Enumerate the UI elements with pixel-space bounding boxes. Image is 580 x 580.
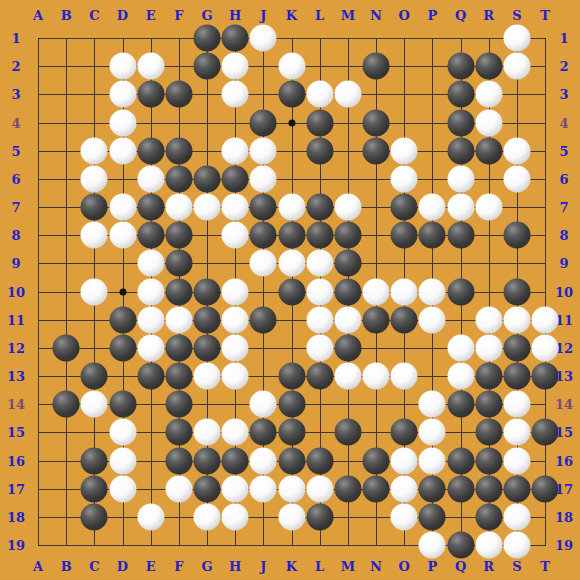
stone-white[interactable] — [81, 222, 108, 249]
stone-white[interactable] — [81, 391, 108, 418]
stone-white[interactable] — [503, 25, 530, 52]
stone-white[interactable] — [419, 447, 446, 474]
row-label-right: 3 — [559, 87, 568, 102]
stone-white[interactable] — [475, 194, 502, 221]
stone-black[interactable] — [447, 532, 474, 559]
stone-black[interactable] — [165, 334, 192, 361]
stone-black[interactable] — [503, 363, 530, 390]
stone-black[interactable] — [250, 306, 277, 333]
stone-black[interactable] — [363, 53, 390, 80]
stone-white[interactable] — [447, 165, 474, 192]
row-label-right: 9 — [559, 256, 568, 271]
stone-black[interactable] — [81, 363, 108, 390]
stone-black[interactable] — [137, 81, 164, 108]
stone-white[interactable] — [250, 25, 277, 52]
column-label-top: K — [286, 8, 297, 23]
stone-black[interactable] — [306, 447, 333, 474]
stone-white[interactable] — [391, 447, 418, 474]
stone-black[interactable] — [278, 81, 305, 108]
stone-white[interactable] — [306, 334, 333, 361]
column-label-bottom: H — [229, 559, 241, 574]
stone-black[interactable] — [306, 503, 333, 530]
stone-black[interactable] — [532, 475, 559, 502]
row-label-left: 6 — [11, 171, 20, 186]
stone-black[interactable] — [475, 391, 502, 418]
stone-black[interactable] — [447, 137, 474, 164]
column-label-bottom: Q — [455, 559, 466, 574]
stone-white[interactable] — [222, 137, 249, 164]
stone-white[interactable] — [222, 475, 249, 502]
column-label-bottom: F — [174, 559, 183, 574]
stone-white[interactable] — [278, 53, 305, 80]
row-label-right: 14 — [555, 397, 573, 412]
stone-black[interactable] — [306, 194, 333, 221]
row-label-left: 11 — [7, 312, 25, 327]
stone-black[interactable] — [475, 419, 502, 446]
row-label-left: 17 — [7, 481, 25, 496]
stone-black[interactable] — [250, 419, 277, 446]
row-label-right: 19 — [555, 538, 573, 553]
stone-white[interactable] — [109, 194, 136, 221]
stone-black[interactable] — [447, 475, 474, 502]
column-label-top: T — [540, 8, 550, 23]
column-label-bottom: B — [61, 559, 72, 574]
stone-black[interactable] — [165, 165, 192, 192]
stone-black[interactable] — [363, 306, 390, 333]
row-label-left: 14 — [7, 397, 25, 412]
stone-white[interactable] — [222, 334, 249, 361]
column-label-bottom: G — [201, 559, 212, 574]
stone-black[interactable] — [250, 109, 277, 136]
row-label-right: 1 — [559, 31, 568, 46]
stone-black[interactable] — [81, 194, 108, 221]
stone-white[interactable] — [503, 137, 530, 164]
stone-black[interactable] — [194, 334, 221, 361]
stone-black[interactable] — [447, 447, 474, 474]
stone-white[interactable] — [419, 306, 446, 333]
stone-white[interactable] — [137, 306, 164, 333]
column-label-top: M — [341, 8, 355, 23]
stone-white[interactable] — [250, 391, 277, 418]
column-label-bottom: O — [399, 559, 410, 574]
stone-white[interactable] — [391, 278, 418, 305]
stone-white[interactable] — [503, 503, 530, 530]
stone-white[interactable] — [165, 475, 192, 502]
row-label-right: 18 — [555, 509, 573, 524]
stone-black[interactable] — [391, 194, 418, 221]
stone-white[interactable] — [222, 222, 249, 249]
stone-black[interactable] — [447, 222, 474, 249]
grid-line-vertical — [545, 38, 546, 546]
stone-black[interactable] — [137, 222, 164, 249]
stone-black[interactable] — [419, 475, 446, 502]
stone-white[interactable] — [250, 165, 277, 192]
stone-white[interactable] — [419, 419, 446, 446]
stone-black[interactable] — [278, 278, 305, 305]
stone-black[interactable] — [419, 222, 446, 249]
stone-white[interactable] — [475, 306, 502, 333]
stone-black[interactable] — [503, 278, 530, 305]
column-label-top: B — [61, 8, 72, 23]
row-label-right: 16 — [555, 453, 573, 468]
row-label-left: 5 — [11, 143, 20, 158]
stone-white[interactable] — [109, 137, 136, 164]
stone-white[interactable] — [137, 503, 164, 530]
stone-white[interactable] — [222, 278, 249, 305]
column-label-top: H — [229, 8, 241, 23]
stone-white[interactable] — [278, 250, 305, 277]
stone-white[interactable] — [137, 334, 164, 361]
stone-black[interactable] — [447, 53, 474, 80]
stone-black[interactable] — [419, 503, 446, 530]
stone-white[interactable] — [109, 109, 136, 136]
column-label-bottom: T — [540, 559, 550, 574]
stone-white[interactable] — [222, 419, 249, 446]
stone-black[interactable] — [306, 109, 333, 136]
stone-black[interactable] — [137, 363, 164, 390]
stone-black[interactable] — [503, 334, 530, 361]
row-label-left: 3 — [11, 87, 20, 102]
stone-white[interactable] — [109, 53, 136, 80]
row-label-left: 19 — [7, 538, 25, 553]
stone-black[interactable] — [503, 222, 530, 249]
stone-black[interactable] — [194, 475, 221, 502]
column-label-top: P — [427, 8, 437, 23]
column-label-top: D — [117, 8, 128, 23]
stone-white[interactable] — [109, 475, 136, 502]
stone-black[interactable] — [250, 222, 277, 249]
column-label-top: Q — [455, 8, 466, 23]
stone-black[interactable] — [447, 109, 474, 136]
stone-white[interactable] — [109, 447, 136, 474]
column-label-top: J — [260, 8, 266, 23]
row-label-left: 2 — [11, 59, 20, 74]
column-label-bottom: D — [117, 559, 128, 574]
column-label-top: F — [174, 8, 183, 23]
stone-white[interactable] — [334, 81, 361, 108]
stone-white[interactable] — [391, 363, 418, 390]
stone-white[interactable] — [222, 306, 249, 333]
column-label-top: O — [399, 8, 410, 23]
stone-white[interactable] — [137, 53, 164, 80]
stone-black[interactable] — [532, 419, 559, 446]
row-label-left: 15 — [7, 425, 25, 440]
stone-white[interactable] — [306, 81, 333, 108]
stone-white[interactable] — [250, 475, 277, 502]
stone-black[interactable] — [475, 363, 502, 390]
stone-black[interactable] — [165, 447, 192, 474]
stone-white[interactable] — [306, 475, 333, 502]
stone-black[interactable] — [334, 222, 361, 249]
column-label-top: N — [370, 8, 382, 23]
stone-white[interactable] — [391, 475, 418, 502]
stone-black[interactable] — [278, 391, 305, 418]
stone-white[interactable] — [250, 447, 277, 474]
row-label-right: 10 — [555, 284, 573, 299]
stone-white[interactable] — [419, 391, 446, 418]
stone-white[interactable] — [363, 363, 390, 390]
stone-white[interactable] — [475, 334, 502, 361]
stone-white[interactable] — [447, 194, 474, 221]
stone-white[interactable] — [222, 363, 249, 390]
stone-white[interactable] — [447, 363, 474, 390]
column-label-bottom: J — [260, 559, 266, 574]
row-label-right: 5 — [559, 143, 568, 158]
column-label-bottom: A — [33, 559, 43, 574]
stone-white[interactable] — [419, 194, 446, 221]
stone-white[interactable] — [532, 334, 559, 361]
stone-white[interactable] — [419, 278, 446, 305]
stone-black[interactable] — [334, 334, 361, 361]
stone-white[interactable] — [194, 503, 221, 530]
stone-white[interactable] — [81, 165, 108, 192]
stone-white[interactable] — [503, 419, 530, 446]
stone-white[interactable] — [194, 419, 221, 446]
stone-white[interactable] — [81, 137, 108, 164]
stone-white[interactable] — [222, 503, 249, 530]
stone-white[interactable] — [222, 81, 249, 108]
column-label-top: L — [315, 8, 324, 23]
star-point — [288, 119, 295, 126]
stone-black[interactable] — [81, 503, 108, 530]
stone-white[interactable] — [194, 363, 221, 390]
stone-white[interactable] — [503, 53, 530, 80]
stone-black[interactable] — [165, 391, 192, 418]
stone-white[interactable] — [165, 194, 192, 221]
stone-black[interactable] — [53, 391, 80, 418]
row-label-right: 7 — [559, 200, 568, 215]
stone-black[interactable] — [306, 222, 333, 249]
stone-white[interactable] — [109, 81, 136, 108]
stone-white[interactable] — [109, 222, 136, 249]
stone-white[interactable] — [278, 503, 305, 530]
stone-white[interactable] — [334, 306, 361, 333]
stone-black[interactable] — [363, 447, 390, 474]
stone-white[interactable] — [363, 278, 390, 305]
stone-black[interactable] — [250, 194, 277, 221]
stone-black[interactable] — [165, 419, 192, 446]
stone-black[interactable] — [278, 447, 305, 474]
row-label-right: 6 — [559, 171, 568, 186]
stone-black[interactable] — [475, 137, 502, 164]
stone-white[interactable] — [165, 306, 192, 333]
row-label-left: 8 — [11, 228, 20, 243]
stone-black[interactable] — [391, 222, 418, 249]
stone-black[interactable] — [363, 109, 390, 136]
stone-black[interactable] — [165, 250, 192, 277]
stone-black[interactable] — [475, 447, 502, 474]
column-label-bottom: S — [512, 559, 521, 574]
stone-white[interactable] — [250, 250, 277, 277]
stone-white[interactable] — [278, 475, 305, 502]
stone-black[interactable] — [194, 278, 221, 305]
column-label-top: S — [512, 8, 521, 23]
stone-white[interactable] — [532, 306, 559, 333]
stone-black[interactable] — [81, 475, 108, 502]
column-label-top: E — [146, 8, 156, 23]
row-label-left: 4 — [11, 115, 20, 130]
stone-black[interactable] — [334, 250, 361, 277]
stone-black[interactable] — [137, 194, 164, 221]
stone-white[interactable] — [503, 306, 530, 333]
stone-white[interactable] — [306, 250, 333, 277]
stone-black[interactable] — [194, 25, 221, 52]
column-label-bottom: N — [370, 559, 382, 574]
stone-black[interactable] — [306, 363, 333, 390]
stone-white[interactable] — [306, 306, 333, 333]
stone-black[interactable] — [165, 222, 192, 249]
stone-black[interactable] — [53, 334, 80, 361]
stone-black[interactable] — [475, 475, 502, 502]
stone-black[interactable] — [306, 137, 333, 164]
column-label-bottom: P — [427, 559, 437, 574]
stone-black[interactable] — [81, 447, 108, 474]
stone-white[interactable] — [222, 194, 249, 221]
row-label-right: 4 — [559, 115, 568, 130]
stone-white[interactable] — [306, 278, 333, 305]
stone-black[interactable] — [447, 278, 474, 305]
row-label-left: 13 — [7, 369, 25, 384]
stone-black[interactable] — [222, 25, 249, 52]
stone-black[interactable] — [165, 137, 192, 164]
column-label-bottom: C — [89, 559, 99, 574]
stone-white[interactable] — [391, 165, 418, 192]
stone-black[interactable] — [165, 278, 192, 305]
stone-white[interactable] — [475, 109, 502, 136]
column-label-top: C — [89, 8, 99, 23]
stone-white[interactable] — [222, 53, 249, 80]
stone-white[interactable] — [503, 532, 530, 559]
stone-black[interactable] — [532, 363, 559, 390]
stone-black[interactable] — [165, 363, 192, 390]
row-label-left: 12 — [7, 340, 25, 355]
row-label-right: 2 — [559, 59, 568, 74]
column-label-top: A — [33, 8, 43, 23]
row-label-right: 8 — [559, 228, 568, 243]
stone-white[interactable] — [503, 165, 530, 192]
column-label-bottom: K — [286, 559, 297, 574]
stone-black[interactable] — [447, 391, 474, 418]
stone-white[interactable] — [503, 447, 530, 474]
stone-black[interactable] — [391, 419, 418, 446]
stone-white[interactable] — [391, 503, 418, 530]
stone-black[interactable] — [222, 447, 249, 474]
stone-black[interactable] — [109, 306, 136, 333]
stone-black[interactable] — [391, 306, 418, 333]
row-label-left: 9 — [11, 256, 20, 271]
stone-white[interactable] — [137, 278, 164, 305]
stone-white[interactable] — [81, 278, 108, 305]
stone-white[interactable] — [419, 532, 446, 559]
stone-white[interactable] — [278, 194, 305, 221]
column-label-bottom: E — [146, 559, 156, 574]
stone-white[interactable] — [334, 194, 361, 221]
stone-white[interactable] — [334, 363, 361, 390]
stone-black[interactable] — [194, 306, 221, 333]
stone-black[interactable] — [194, 53, 221, 80]
stone-white[interactable] — [194, 194, 221, 221]
stone-white[interactable] — [109, 419, 136, 446]
row-label-left: 16 — [7, 453, 25, 468]
column-label-top: G — [201, 8, 212, 23]
stone-black[interactable] — [194, 447, 221, 474]
stone-white[interactable] — [391, 137, 418, 164]
stone-black[interactable] — [278, 419, 305, 446]
stone-black[interactable] — [194, 165, 221, 192]
star-point — [119, 288, 126, 295]
row-label-left: 1 — [11, 31, 20, 46]
go-board[interactable]: AABBCCDDEEFFGGHHJJKKLLMMNNOOPPQQRRSSTT11… — [0, 0, 580, 580]
column-label-top: R — [483, 8, 494, 23]
stone-white[interactable] — [475, 532, 502, 559]
stone-black[interactable] — [363, 475, 390, 502]
stone-black[interactable] — [334, 419, 361, 446]
stone-white[interactable] — [447, 334, 474, 361]
stone-white[interactable] — [250, 137, 277, 164]
column-label-bottom: M — [341, 559, 355, 574]
row-label-left: 7 — [11, 200, 20, 215]
row-label-left: 10 — [7, 284, 25, 299]
stone-black[interactable] — [475, 53, 502, 80]
stone-black[interactable] — [278, 363, 305, 390]
column-label-bottom: R — [483, 559, 494, 574]
stone-black[interactable] — [334, 278, 361, 305]
column-label-bottom: L — [315, 559, 324, 574]
stone-black[interactable] — [503, 475, 530, 502]
stone-black[interactable] — [222, 165, 249, 192]
stone-white[interactable] — [137, 165, 164, 192]
stone-black[interactable] — [137, 137, 164, 164]
stone-black[interactable] — [278, 222, 305, 249]
stone-black[interactable] — [109, 391, 136, 418]
row-label-left: 18 — [7, 509, 25, 524]
stone-black[interactable] — [447, 81, 474, 108]
stone-white[interactable] — [503, 391, 530, 418]
stone-black[interactable] — [363, 137, 390, 164]
stone-white[interactable] — [475, 81, 502, 108]
stone-black[interactable] — [475, 503, 502, 530]
stone-black[interactable] — [334, 475, 361, 502]
stone-black[interactable] — [109, 334, 136, 361]
stone-white[interactable] — [137, 250, 164, 277]
stone-black[interactable] — [165, 81, 192, 108]
